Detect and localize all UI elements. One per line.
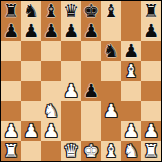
square-a8[interactable]: ♜ bbox=[1, 1, 21, 21]
piece-black-pawn[interactable]: ♟ bbox=[43, 21, 59, 41]
piece-white-bishop[interactable]: ♝ bbox=[103, 141, 119, 161]
square-g3[interactable] bbox=[121, 101, 141, 121]
square-g8[interactable] bbox=[121, 1, 141, 21]
piece-black-rook[interactable]: ♜ bbox=[143, 1, 159, 21]
piece-white-queen[interactable]: ♛ bbox=[63, 141, 79, 161]
piece-white-king[interactable]: ♚ bbox=[83, 141, 99, 161]
square-b7[interactable]: ♟ bbox=[21, 21, 41, 41]
piece-white-knight[interactable]: ♞ bbox=[123, 141, 139, 161]
square-d7[interactable]: ♟ bbox=[61, 21, 81, 41]
piece-black-knight[interactable]: ♞ bbox=[103, 41, 119, 61]
square-c8[interactable]: ♝ bbox=[41, 1, 61, 21]
piece-white-pawn[interactable]: ♟ bbox=[123, 121, 139, 141]
piece-black-pawn[interactable]: ♟ bbox=[143, 21, 159, 41]
square-e7[interactable]: ♟ bbox=[81, 21, 101, 41]
piece-white-knight[interactable]: ♞ bbox=[43, 101, 59, 121]
square-a4[interactable] bbox=[1, 81, 21, 101]
piece-white-bishop[interactable]: ♝ bbox=[123, 61, 139, 81]
square-h3[interactable] bbox=[141, 101, 161, 121]
piece-black-pawn[interactable]: ♟ bbox=[63, 21, 79, 41]
square-c6[interactable] bbox=[41, 41, 61, 61]
piece-white-pawn[interactable]: ♟ bbox=[23, 121, 39, 141]
piece-black-pawn[interactable]: ♟ bbox=[23, 21, 39, 41]
piece-white-rook[interactable]: ♜ bbox=[143, 141, 159, 161]
square-f7[interactable] bbox=[101, 21, 121, 41]
piece-white-pawn[interactable]: ♟ bbox=[43, 121, 59, 141]
square-g2[interactable]: ♟ bbox=[121, 121, 141, 141]
square-g5[interactable]: ♝ bbox=[121, 61, 141, 81]
piece-white-pawn[interactable]: ♟ bbox=[63, 81, 79, 101]
square-b8[interactable]: ♞ bbox=[21, 1, 41, 21]
square-c4[interactable] bbox=[41, 81, 61, 101]
piece-black-knight[interactable]: ♞ bbox=[23, 1, 39, 21]
square-g7[interactable] bbox=[121, 21, 141, 41]
piece-black-pawn[interactable]: ♟ bbox=[83, 81, 99, 101]
square-d5[interactable] bbox=[61, 61, 81, 81]
square-a6[interactable] bbox=[1, 41, 21, 61]
square-e3[interactable] bbox=[81, 101, 101, 121]
square-h5[interactable] bbox=[141, 61, 161, 81]
square-c7[interactable]: ♟ bbox=[41, 21, 61, 41]
square-a1[interactable]: ♜ bbox=[1, 141, 21, 161]
square-f4[interactable] bbox=[101, 81, 121, 101]
square-d8[interactable]: ♛ bbox=[61, 1, 81, 21]
square-a3[interactable] bbox=[1, 101, 21, 121]
piece-black-pawn[interactable]: ♟ bbox=[123, 41, 139, 61]
square-f3[interactable]: ♟ bbox=[101, 101, 121, 121]
square-a5[interactable] bbox=[1, 61, 21, 81]
square-e1[interactable]: ♚ bbox=[81, 141, 101, 161]
chess-board: ♜♞♝♛♚♝♜♟♟♟♟♟♟♞♟♝♟♟♞♟♟♟♟♟♟♜♛♚♝♞♜ bbox=[0, 0, 162, 162]
square-h4[interactable] bbox=[141, 81, 161, 101]
square-b2[interactable]: ♟ bbox=[21, 121, 41, 141]
square-c3[interactable]: ♞ bbox=[41, 101, 61, 121]
square-b5[interactable] bbox=[21, 61, 41, 81]
square-h7[interactable]: ♟ bbox=[141, 21, 161, 41]
square-h1[interactable]: ♜ bbox=[141, 141, 161, 161]
square-e2[interactable] bbox=[81, 121, 101, 141]
square-b3[interactable] bbox=[21, 101, 41, 121]
square-g1[interactable]: ♞ bbox=[121, 141, 141, 161]
piece-white-rook[interactable]: ♜ bbox=[3, 141, 19, 161]
piece-black-bishop[interactable]: ♝ bbox=[43, 1, 59, 21]
square-c1[interactable] bbox=[41, 141, 61, 161]
square-h8[interactable]: ♜ bbox=[141, 1, 161, 21]
square-e6[interactable] bbox=[81, 41, 101, 61]
square-e5[interactable] bbox=[81, 61, 101, 81]
square-h6[interactable] bbox=[141, 41, 161, 61]
piece-white-pawn[interactable]: ♟ bbox=[143, 121, 159, 141]
square-a2[interactable]: ♟ bbox=[1, 121, 21, 141]
square-b1[interactable] bbox=[21, 141, 41, 161]
square-f2[interactable] bbox=[101, 121, 121, 141]
square-f8[interactable]: ♝ bbox=[101, 1, 121, 21]
square-d4[interactable]: ♟ bbox=[61, 81, 81, 101]
square-f1[interactable]: ♝ bbox=[101, 141, 121, 161]
square-d6[interactable] bbox=[61, 41, 81, 61]
square-e8[interactable]: ♚ bbox=[81, 1, 101, 21]
piece-black-king[interactable]: ♚ bbox=[83, 1, 99, 21]
square-a7[interactable]: ♟ bbox=[1, 21, 21, 41]
piece-white-pawn[interactable]: ♟ bbox=[103, 101, 119, 121]
piece-black-pawn[interactable]: ♟ bbox=[3, 21, 19, 41]
square-c5[interactable] bbox=[41, 61, 61, 81]
piece-black-pawn[interactable]: ♟ bbox=[83, 21, 99, 41]
square-b4[interactable] bbox=[21, 81, 41, 101]
square-b6[interactable] bbox=[21, 41, 41, 61]
piece-black-rook[interactable]: ♜ bbox=[3, 1, 19, 21]
square-e4[interactable]: ♟ bbox=[81, 81, 101, 101]
piece-black-bishop[interactable]: ♝ bbox=[103, 1, 119, 21]
piece-black-queen[interactable]: ♛ bbox=[63, 1, 79, 21]
square-h2[interactable]: ♟ bbox=[141, 121, 161, 141]
square-f5[interactable] bbox=[101, 61, 121, 81]
piece-white-pawn[interactable]: ♟ bbox=[3, 121, 19, 141]
square-d3[interactable] bbox=[61, 101, 81, 121]
square-f6[interactable]: ♞ bbox=[101, 41, 121, 61]
square-d1[interactable]: ♛ bbox=[61, 141, 81, 161]
square-g4[interactable] bbox=[121, 81, 141, 101]
square-d2[interactable] bbox=[61, 121, 81, 141]
square-c2[interactable]: ♟ bbox=[41, 121, 61, 141]
square-g6[interactable]: ♟ bbox=[121, 41, 141, 61]
